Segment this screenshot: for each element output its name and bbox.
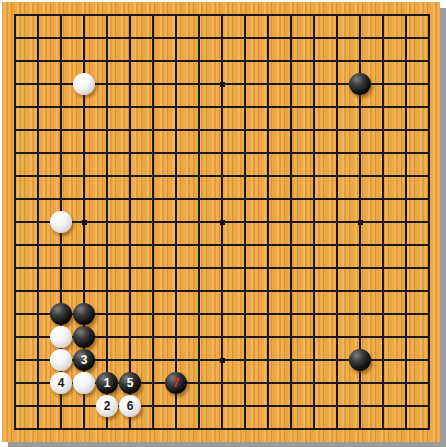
go-board[interactable]: 3415726	[2, 2, 440, 442]
stone-C5[interactable]	[50, 326, 72, 348]
move-number-1: 1	[104, 376, 111, 390]
grid-line-h-12	[14, 290, 430, 292]
move-number-6: 6	[127, 399, 134, 413]
grid-line-v-18	[428, 14, 430, 430]
stone-C4[interactable]	[50, 349, 72, 371]
go-grid[interactable]: 3415726	[15, 15, 429, 429]
stone-E2[interactable]: 2	[96, 395, 118, 417]
grid-line-h-10	[14, 244, 430, 246]
grid-line-v-14	[336, 14, 338, 430]
grid-line-v-10	[244, 14, 246, 430]
stone-C3[interactable]: 4	[50, 372, 72, 394]
star-point	[220, 358, 225, 363]
grid-line-h-11	[14, 267, 430, 269]
grid-line-v-12	[290, 14, 292, 430]
stone-D3[interactable]	[73, 372, 95, 394]
grid-line-v-17	[405, 14, 407, 430]
grid-line-v-11	[267, 14, 269, 430]
grid-line-v-16	[382, 14, 384, 430]
stone-Q4[interactable]	[349, 349, 371, 371]
star-point	[220, 82, 225, 87]
stone-D6[interactable]	[73, 303, 95, 325]
stone-D5[interactable]	[73, 326, 95, 348]
stone-Q16[interactable]	[349, 73, 371, 95]
star-point	[358, 220, 363, 225]
grid-line-h-17	[14, 405, 430, 407]
stone-D16[interactable]	[73, 73, 95, 95]
star-point	[220, 220, 225, 225]
move-number-2: 2	[104, 399, 111, 413]
move-number-7: 7	[173, 376, 180, 390]
stone-F2[interactable]: 6	[119, 395, 141, 417]
move-number-5: 5	[127, 376, 134, 390]
stone-E3[interactable]: 1	[96, 372, 118, 394]
stone-F3[interactable]: 5	[119, 372, 141, 394]
stone-C10[interactable]	[50, 211, 72, 233]
stone-C6[interactable]	[50, 303, 72, 325]
star-point	[82, 220, 87, 225]
grid-line-h-18	[14, 428, 430, 430]
stone-H3[interactable]: 7	[165, 372, 187, 394]
move-number-3: 3	[81, 353, 88, 367]
stone-D4[interactable]: 3	[73, 349, 95, 371]
move-number-4: 4	[58, 376, 65, 390]
grid-line-v-13	[313, 14, 315, 430]
